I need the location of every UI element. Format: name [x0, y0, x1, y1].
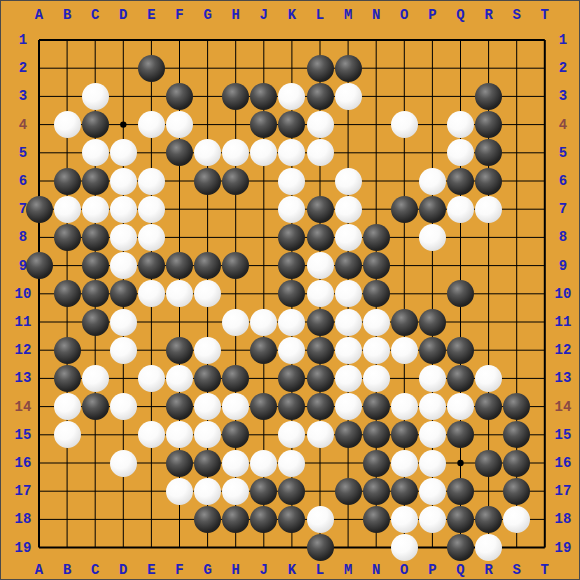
black-stone-S16: [503, 450, 530, 477]
white-stone-O19: [391, 534, 418, 561]
col-label-top-Q: Q: [456, 8, 464, 22]
black-stone-C6: [82, 168, 109, 195]
white-stone-J16: [250, 450, 277, 477]
black-stone-L14: [307, 393, 334, 420]
white-stone-M3: [335, 83, 362, 110]
col-label-bottom-A: A: [35, 563, 43, 577]
white-stone-P16: [419, 450, 446, 477]
white-stone-L15: [307, 421, 334, 448]
col-label-bottom-N: N: [372, 563, 380, 577]
white-stone-O14: [391, 393, 418, 420]
black-stone-H13: [222, 365, 249, 392]
col-label-bottom-H: H: [231, 563, 239, 577]
black-stone-J17: [250, 478, 277, 505]
row-label-left-3: 3: [19, 89, 27, 103]
row-label-right-17: 17: [555, 484, 572, 498]
black-stone-N9: [363, 252, 390, 279]
black-stone-A7: [26, 196, 53, 223]
col-label-top-E: E: [147, 8, 155, 22]
row-label-right-10: 10: [555, 287, 572, 301]
col-label-bottom-C: C: [91, 563, 99, 577]
col-label-bottom-R: R: [484, 563, 492, 577]
white-stone-O16: [391, 450, 418, 477]
black-stone-L11: [307, 309, 334, 336]
col-label-bottom-E: E: [147, 563, 155, 577]
col-label-bottom-D: D: [119, 563, 127, 577]
black-stone-Q13: [447, 365, 474, 392]
black-stone-L13: [307, 365, 334, 392]
white-stone-M8: [335, 224, 362, 251]
white-stone-R7: [475, 196, 502, 223]
black-stone-C10: [82, 280, 109, 307]
white-stone-N12: [363, 337, 390, 364]
go-board-window: AABBCCDDEEFFGGHHJJKKLLMMNNOOPPQQRRSSTT11…: [0, 0, 580, 580]
white-stone-M14: [335, 393, 362, 420]
black-stone-P11: [419, 309, 446, 336]
white-stone-H11: [222, 309, 249, 336]
black-stone-R4: [475, 111, 502, 138]
white-stone-O4: [391, 111, 418, 138]
row-label-right-16: 16: [555, 456, 572, 470]
black-stone-G18: [194, 506, 221, 533]
white-stone-P14: [419, 393, 446, 420]
white-stone-Q7: [447, 196, 474, 223]
white-stone-B4: [54, 111, 81, 138]
white-stone-M11: [335, 309, 362, 336]
black-stone-N10: [363, 280, 390, 307]
white-stone-D6: [110, 168, 137, 195]
black-stone-L12: [307, 337, 334, 364]
black-stone-P12: [419, 337, 446, 364]
col-label-bottom-O: O: [400, 563, 408, 577]
row-label-right-18: 18: [555, 512, 572, 526]
col-label-top-F: F: [175, 8, 183, 22]
col-label-bottom-B: B: [63, 563, 71, 577]
black-stone-N8: [363, 224, 390, 251]
white-stone-K16: [278, 450, 305, 477]
row-label-left-9: 9: [19, 259, 27, 273]
row-label-right-9: 9: [559, 259, 567, 273]
col-label-top-M: M: [344, 8, 352, 22]
black-stone-C4: [82, 111, 109, 138]
white-stone-E10: [138, 280, 165, 307]
row-label-right-6: 6: [559, 174, 567, 188]
col-label-bottom-S: S: [512, 563, 520, 577]
black-stone-O11: [391, 309, 418, 336]
col-label-bottom-P: P: [428, 563, 436, 577]
white-stone-K7: [278, 196, 305, 223]
black-stone-N16: [363, 450, 390, 477]
col-label-top-R: R: [484, 8, 492, 22]
white-stone-M12: [335, 337, 362, 364]
white-stone-P18: [419, 506, 446, 533]
black-stone-O17: [391, 478, 418, 505]
black-stone-R6: [475, 168, 502, 195]
white-stone-F4: [166, 111, 193, 138]
white-stone-D11: [110, 309, 137, 336]
white-stone-N13: [363, 365, 390, 392]
black-stone-F16: [166, 450, 193, 477]
black-stone-Q18: [447, 506, 474, 533]
black-stone-L7: [307, 196, 334, 223]
white-stone-D16: [110, 450, 137, 477]
col-label-top-S: S: [512, 8, 520, 22]
white-stone-D9: [110, 252, 137, 279]
white-stone-E8: [138, 224, 165, 251]
black-stone-L19: [307, 534, 334, 561]
white-stone-H16: [222, 450, 249, 477]
white-stone-E6: [138, 168, 165, 195]
white-stone-L4: [307, 111, 334, 138]
goban[interactable]: AABBCCDDEEFFGGHHJJKKLLMMNNOOPPQQRRSSTT11…: [1, 1, 579, 579]
row-label-left-2: 2: [19, 61, 27, 75]
col-label-top-P: P: [428, 8, 436, 22]
black-stone-N18: [363, 506, 390, 533]
white-stone-D14: [110, 393, 137, 420]
col-label-top-C: C: [91, 8, 99, 22]
col-label-top-B: B: [63, 8, 71, 22]
black-stone-M9: [335, 252, 362, 279]
col-label-top-G: G: [203, 8, 211, 22]
col-label-top-L: L: [316, 8, 324, 22]
black-stone-Q6: [447, 168, 474, 195]
black-stone-O7: [391, 196, 418, 223]
col-label-top-D: D: [119, 8, 127, 22]
black-stone-N14: [363, 393, 390, 420]
black-stone-G6: [194, 168, 221, 195]
white-stone-R19: [475, 534, 502, 561]
black-stone-B12: [54, 337, 81, 364]
white-stone-C3: [82, 83, 109, 110]
black-stone-L2: [307, 55, 334, 82]
white-stone-G17: [194, 478, 221, 505]
row-label-left-12: 12: [15, 343, 32, 357]
black-stone-B13: [54, 365, 81, 392]
row-label-left-6: 6: [19, 174, 27, 188]
black-stone-F12: [166, 337, 193, 364]
black-stone-J18: [250, 506, 277, 533]
white-stone-E7: [138, 196, 165, 223]
black-stone-B6: [54, 168, 81, 195]
black-stone-L8: [307, 224, 334, 251]
row-label-right-12: 12: [555, 343, 572, 357]
black-stone-R14: [475, 393, 502, 420]
row-label-right-3: 3: [559, 89, 567, 103]
black-stone-R18: [475, 506, 502, 533]
white-stone-D12: [110, 337, 137, 364]
col-label-top-H: H: [231, 8, 239, 22]
col-label-bottom-L: L: [316, 563, 324, 577]
white-stone-J11: [250, 309, 277, 336]
white-stone-E15: [138, 421, 165, 448]
white-stone-O12: [391, 337, 418, 364]
row-label-right-8: 8: [559, 230, 567, 244]
row-label-left-17: 17: [15, 484, 32, 498]
col-label-top-A: A: [35, 8, 43, 22]
black-stone-C8: [82, 224, 109, 251]
col-label-bottom-M: M: [344, 563, 352, 577]
black-stone-M17: [335, 478, 362, 505]
black-stone-F9: [166, 252, 193, 279]
row-label-left-10: 10: [15, 287, 32, 301]
white-stone-Q14: [447, 393, 474, 420]
white-stone-P6: [419, 168, 446, 195]
black-stone-A9: [26, 252, 53, 279]
white-stone-Q4: [447, 111, 474, 138]
black-stone-J3: [250, 83, 277, 110]
white-stone-B7: [54, 196, 81, 223]
col-label-bottom-F: F: [175, 563, 183, 577]
white-stone-L10: [307, 280, 334, 307]
white-stone-P8: [419, 224, 446, 251]
white-stone-F13: [166, 365, 193, 392]
col-label-top-K: K: [288, 8, 296, 22]
black-stone-N15: [363, 421, 390, 448]
black-stone-C9: [82, 252, 109, 279]
row-label-left-18: 18: [15, 512, 32, 526]
black-stone-Q12: [447, 337, 474, 364]
row-label-left-7: 7: [19, 202, 27, 216]
row-label-right-19: 19: [555, 541, 572, 555]
white-stone-M10: [335, 280, 362, 307]
col-label-top-T: T: [541, 8, 549, 22]
white-stone-H17: [222, 478, 249, 505]
white-stone-G12: [194, 337, 221, 364]
black-stone-N17: [363, 478, 390, 505]
col-label-bottom-Q: Q: [456, 563, 464, 577]
row-label-left-15: 15: [15, 428, 32, 442]
white-stone-C5: [82, 139, 109, 166]
row-label-left-4: 4: [19, 118, 27, 132]
col-label-bottom-J: J: [260, 563, 268, 577]
black-stone-B8: [54, 224, 81, 251]
white-stone-L9: [307, 252, 334, 279]
white-stone-B15: [54, 421, 81, 448]
black-stone-O15: [391, 421, 418, 448]
black-stone-G13: [194, 365, 221, 392]
row-label-left-19: 19: [15, 541, 32, 555]
black-stone-G16: [194, 450, 221, 477]
black-stone-E2: [138, 55, 165, 82]
row-label-right-13: 13: [555, 371, 572, 385]
white-stone-N11: [363, 309, 390, 336]
row-label-left-1: 1: [19, 33, 27, 47]
white-stone-D8: [110, 224, 137, 251]
row-label-right-11: 11: [555, 315, 572, 329]
white-stone-R13: [475, 365, 502, 392]
black-stone-H3: [222, 83, 249, 110]
white-stone-L18: [307, 506, 334, 533]
col-label-top-O: O: [400, 8, 408, 22]
white-stone-O18: [391, 506, 418, 533]
white-stone-C13: [82, 365, 109, 392]
black-stone-E9: [138, 252, 165, 279]
black-stone-B10: [54, 280, 81, 307]
row-label-right-15: 15: [555, 428, 572, 442]
black-stone-L3: [307, 83, 334, 110]
black-stone-M15: [335, 421, 362, 448]
row-label-right-5: 5: [559, 146, 567, 160]
black-stone-K17: [278, 478, 305, 505]
white-stone-K11: [278, 309, 305, 336]
white-stone-M6: [335, 168, 362, 195]
black-stone-S17: [503, 478, 530, 505]
col-label-top-J: J: [260, 8, 268, 22]
row-label-left-11: 11: [15, 315, 32, 329]
black-stone-J12: [250, 337, 277, 364]
white-stone-E13: [138, 365, 165, 392]
white-stone-P15: [419, 421, 446, 448]
white-stone-D7: [110, 196, 137, 223]
white-stone-M7: [335, 196, 362, 223]
black-stone-Q17: [447, 478, 474, 505]
black-stone-H6: [222, 168, 249, 195]
col-label-bottom-T: T: [541, 563, 549, 577]
white-stone-B14: [54, 393, 81, 420]
black-stone-H18: [222, 506, 249, 533]
black-stone-G9: [194, 252, 221, 279]
white-stone-P13: [419, 365, 446, 392]
black-stone-M2: [335, 55, 362, 82]
white-stone-P17: [419, 478, 446, 505]
row-label-left-16: 16: [15, 456, 32, 470]
white-stone-S18: [503, 506, 530, 533]
row-label-right-4: 4: [559, 118, 567, 132]
row-label-right-7: 7: [559, 202, 567, 216]
row-label-right-1: 1: [559, 33, 567, 47]
col-label-bottom-K: K: [288, 563, 296, 577]
col-label-top-N: N: [372, 8, 380, 22]
row-label-right-2: 2: [559, 61, 567, 75]
white-stone-M13: [335, 365, 362, 392]
row-label-left-8: 8: [19, 230, 27, 244]
black-stone-R3: [475, 83, 502, 110]
white-stone-D5: [110, 139, 137, 166]
row-label-left-5: 5: [19, 146, 27, 160]
white-stone-G14: [194, 393, 221, 420]
black-stone-Q19: [447, 534, 474, 561]
black-stone-P7: [419, 196, 446, 223]
row-label-left-13: 13: [15, 371, 32, 385]
black-stone-C11: [82, 309, 109, 336]
white-stone-K6: [278, 168, 305, 195]
col-label-bottom-G: G: [203, 563, 211, 577]
row-label-right-14: 14: [555, 400, 572, 414]
black-stone-D10: [110, 280, 137, 307]
white-stone-F17: [166, 478, 193, 505]
black-stone-F3: [166, 83, 193, 110]
row-label-left-14: 14: [15, 400, 32, 414]
black-stone-C14: [82, 393, 109, 420]
black-stone-R16: [475, 450, 502, 477]
white-stone-L5: [307, 139, 334, 166]
black-stone-F14: [166, 393, 193, 420]
white-stone-K12: [278, 337, 305, 364]
white-stone-C7: [82, 196, 109, 223]
white-stone-E4: [138, 111, 165, 138]
